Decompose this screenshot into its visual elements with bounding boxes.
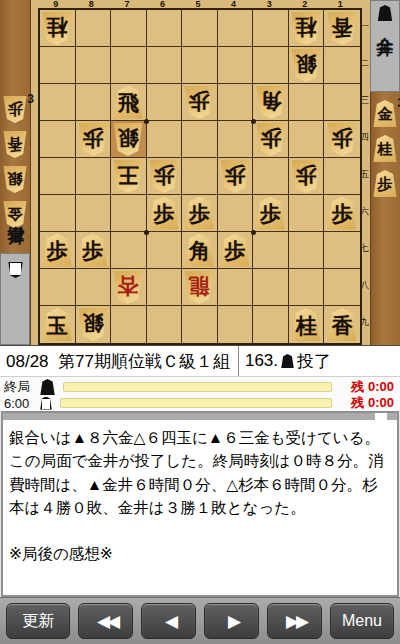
square-72[interactable] (111, 47, 147, 84)
square-94[interactable] (40, 121, 76, 158)
square-55[interactable] (182, 158, 218, 195)
event-name: 第77期順位戦Ｃ級１組 (58, 352, 230, 371)
piece-sente-gold: 金 (373, 100, 397, 127)
piece-sente-pawn: 歩 (373, 170, 397, 197)
scroll-corner (375, 413, 387, 420)
square-34[interactable]: 歩 (253, 121, 289, 158)
gote-hand-pawn-count: 3 (27, 92, 34, 106)
file-label-2: 2 (287, 0, 323, 8)
rewind-button[interactable]: ◀◀ (78, 603, 133, 639)
file-label-9: 9 (38, 0, 74, 8)
game-date: 08/28 (6, 352, 49, 371)
square-67[interactable] (147, 232, 183, 269)
square-54[interactable] (182, 121, 218, 158)
square-63[interactable] (147, 84, 183, 121)
square-27[interactable] (289, 232, 325, 269)
square-11[interactable]: 香 (324, 10, 360, 47)
square-79[interactable] (111, 306, 147, 343)
square-19[interactable]: 香 (324, 306, 360, 343)
piece-gote-pawn: 歩 (327, 123, 357, 156)
sente-player-name: 金井 (374, 23, 397, 27)
piece-gote-lance: 香 (3, 131, 27, 158)
square-95[interactable] (40, 158, 76, 195)
square-65[interactable]: 歩 (147, 158, 183, 195)
square-21[interactable]: 桂 (289, 10, 325, 47)
square-87[interactable]: 歩 (76, 232, 112, 269)
bottom-toolbar: 更新 ◀◀ ◀ ▶ ▶▶ Menu (0, 597, 400, 644)
gote-player-name: 杉本昌 (4, 254, 27, 260)
piece-sente-pawn: 歩 (220, 234, 250, 267)
piece-sente-lance: 香 (327, 308, 357, 341)
piece-gote-pawn: 歩 (256, 123, 286, 156)
gote-clock-row: 6:00 残 0:00 (0, 395, 400, 411)
shogi-board[interactable]: 桂桂香銀飛歩角歩銀歩歩王歩歩歩歩歩歩歩歩歩角歩杏龍玉銀桂香 (38, 8, 362, 345)
piece-sente-king: 玉 (42, 308, 72, 341)
piece-sente-pawn: 歩 (184, 197, 214, 230)
square-61[interactable] (147, 10, 183, 47)
star-point (251, 119, 256, 124)
piece-gote-promoted-lance: 杏 (113, 271, 143, 304)
piece-sente-pawn: 歩 (78, 234, 108, 267)
square-49[interactable] (218, 306, 254, 343)
gote-hand-pieces: 歩3香銀金 (0, 96, 30, 228)
file-label-5: 5 (180, 0, 216, 8)
file-label-7: 7 (109, 0, 145, 8)
piece-gote-silver: 銀 (113, 123, 143, 156)
board-zone: 987654321 一二三四五六七八九 桂桂香銀飛歩角歩銀歩歩王歩歩歩歩歩歩歩歩… (0, 0, 400, 345)
square-24[interactable] (289, 121, 325, 158)
square-98[interactable] (40, 269, 76, 306)
sente-player-tab[interactable]: 金井 (370, 0, 400, 92)
square-33[interactable]: 角 (253, 84, 289, 121)
square-69[interactable] (147, 306, 183, 343)
file-label-6: 6 (145, 0, 181, 8)
square-29[interactable]: 桂 (289, 306, 325, 343)
file-coordinates: 987654321 (38, 0, 358, 8)
piece-gote-pawn: 歩 (184, 86, 214, 119)
square-39[interactable] (253, 306, 289, 343)
piece-gote-pawn: 歩 (291, 160, 321, 193)
piece-sente-pawn: 歩 (42, 234, 72, 267)
square-93[interactable] (40, 84, 76, 121)
info-divider (238, 346, 239, 376)
back-button[interactable]: ◀ (141, 603, 196, 639)
square-43[interactable] (218, 84, 254, 121)
square-42[interactable] (218, 47, 254, 84)
piece-gote-silver: 銀 (78, 308, 108, 341)
sente-clock-icon (40, 379, 55, 395)
square-73[interactable]: 飛 (111, 84, 147, 121)
clock-panel: 終局 残 0:00 6:00 残 0:00 (0, 376, 400, 411)
sente-time-bar (63, 382, 332, 392)
file-label-3: 3 (251, 0, 287, 8)
square-31[interactable] (253, 10, 289, 47)
gote-player-tab[interactable]: 杉本昌 (0, 253, 30, 345)
piece-gote-pawn: 歩 (149, 160, 179, 193)
move-number: 163. (245, 351, 278, 371)
piece-gote-bishop: 角 (256, 86, 286, 119)
sente-hand-gold: 金3 (373, 100, 397, 127)
square-47[interactable]: 歩 (218, 232, 254, 269)
piece-sente-knight: 桂 (373, 135, 397, 162)
square-97[interactable]: 歩 (40, 232, 76, 269)
square-84[interactable]: 歩 (76, 121, 112, 158)
commentary-scrollbar-track[interactable] (3, 413, 397, 420)
square-48[interactable] (218, 269, 254, 306)
square-91[interactable]: 桂 (40, 10, 76, 47)
gote-hand-gold: 金 (3, 201, 27, 228)
gote-hand-lance: 香 (3, 131, 27, 158)
square-88[interactable] (76, 269, 112, 306)
square-36[interactable]: 歩 (253, 195, 289, 232)
gote-remaining-time: 残 0:00 (342, 394, 396, 412)
square-59[interactable] (182, 306, 218, 343)
square-64[interactable] (147, 121, 183, 158)
gote-hand-pawn: 歩3 (3, 96, 27, 123)
gote-hand-silver: 銀 (3, 166, 27, 193)
sente-hand-knight: 桂 (373, 135, 397, 162)
piece-gote-gold: 金 (3, 201, 27, 228)
square-46[interactable] (218, 195, 254, 232)
square-85[interactable] (76, 158, 112, 195)
square-89[interactable]: 銀 (76, 306, 112, 343)
square-28[interactable] (289, 269, 325, 306)
square-14[interactable]: 歩 (324, 121, 360, 158)
piece-gote-pawn: 歩 (78, 123, 108, 156)
square-57[interactable]: 角 (182, 232, 218, 269)
square-15[interactable] (324, 158, 360, 195)
square-17[interactable] (324, 232, 360, 269)
sente-move-icon (281, 354, 294, 368)
file-label-1: 1 (323, 0, 359, 8)
file-label-4: 4 (216, 0, 252, 8)
square-75[interactable]: 王 (111, 158, 147, 195)
square-92[interactable] (40, 47, 76, 84)
commentary-text: 銀合いは▲８六金△６四玉に▲６三金も受けている。 この局面で金井が投了した。終局… (3, 420, 397, 566)
current-move: 163. 投了 (245, 350, 331, 373)
square-44[interactable] (218, 121, 254, 158)
square-76[interactable] (111, 195, 147, 232)
piece-gote-knight: 桂 (291, 12, 321, 45)
star-point (251, 230, 256, 235)
move-text: 投了 (297, 350, 331, 373)
square-16[interactable]: 歩 (324, 195, 360, 232)
game-date-event: 08/28 第77期順位戦Ｃ級１組 (0, 350, 230, 373)
square-78[interactable]: 杏 (111, 269, 147, 306)
piece-sente-pawn: 歩 (149, 197, 179, 230)
sente-hand-pawn: 歩 (373, 170, 397, 197)
piece-gote-knight: 桂 (42, 12, 72, 45)
piece-sente-knight: 桂 (291, 308, 321, 341)
piece-sente-bishop: 角 (184, 234, 214, 267)
fast-forward-button[interactable]: ▶▶ (267, 603, 322, 639)
square-41[interactable] (218, 10, 254, 47)
sente-clock-label: 終局 (4, 378, 38, 396)
piece-sente-pawn: 歩 (327, 197, 357, 230)
square-96[interactable] (40, 195, 76, 232)
piece-gote-silver: 銀 (3, 166, 27, 193)
square-12[interactable] (324, 47, 360, 84)
square-62[interactable] (147, 47, 183, 84)
file-label-8: 8 (74, 0, 110, 8)
forward-button[interactable]: ▶ (204, 603, 259, 639)
piece-gote-king: 王 (113, 160, 143, 193)
piece-sente-pawn: 歩 (256, 197, 286, 230)
square-23[interactable] (289, 84, 325, 121)
piece-gote-pawn: 歩 (220, 160, 250, 193)
square-52[interactable] (182, 47, 218, 84)
shogi-app: 987654321 一二三四五六七八九 桂桂香銀飛歩角歩銀歩歩王歩歩歩歩歩歩歩歩… (0, 0, 400, 644)
sente-clock-row: 終局 残 0:00 (0, 379, 400, 395)
piece-gote-lance: 香 (327, 12, 357, 45)
square-35[interactable] (253, 158, 289, 195)
gote-time-bar (60, 398, 332, 408)
star-point (144, 230, 149, 235)
gote-piece-icon (8, 262, 23, 278)
square-58[interactable]: 龍 (182, 269, 218, 306)
square-32[interactable] (253, 47, 289, 84)
piece-sente-rook: 飛 (113, 86, 143, 119)
square-37[interactable] (253, 232, 289, 269)
square-56[interactable]: 歩 (182, 195, 218, 232)
square-25[interactable]: 歩 (289, 158, 325, 195)
menu-button[interactable]: Menu (330, 603, 394, 639)
star-point (144, 119, 149, 124)
square-82[interactable] (76, 47, 112, 84)
square-13[interactable] (324, 84, 360, 121)
square-18[interactable] (324, 269, 360, 306)
game-info-bar: 08/28 第77期順位戦Ｃ級１組 163. 投了 (0, 345, 400, 376)
square-77[interactable] (111, 232, 147, 269)
piece-gote-dragon: 龍 (184, 271, 214, 304)
refresh-button[interactable]: 更新 (6, 603, 70, 639)
piece-gote-silver: 銀 (291, 49, 321, 82)
square-66[interactable]: 歩 (147, 195, 183, 232)
sente-hand-pieces: 金3桂歩 (370, 100, 400, 197)
piece-gote-pawn: 歩 (3, 96, 27, 123)
square-51[interactable] (182, 10, 218, 47)
square-45[interactable]: 歩 (218, 158, 254, 195)
square-83[interactable] (76, 84, 112, 121)
square-38[interactable] (253, 269, 289, 306)
square-81[interactable] (76, 10, 112, 47)
square-74[interactable]: 銀 (111, 121, 147, 158)
square-71[interactable] (111, 10, 147, 47)
square-26[interactable] (289, 195, 325, 232)
square-68[interactable] (147, 269, 183, 306)
sente-piece-icon (378, 5, 393, 21)
gote-clock-icon (40, 397, 52, 410)
commentary-panel[interactable]: 銀合いは▲８六金△６四玉に▲６三金も受けている。 この局面で金井が投了した。終局… (1, 411, 399, 597)
gote-clock-label: 6:00 (4, 396, 38, 411)
square-22[interactable]: 銀 (289, 47, 325, 84)
square-53[interactable]: 歩 (182, 84, 218, 121)
square-99[interactable]: 玉 (40, 306, 76, 343)
square-86[interactable] (76, 195, 112, 232)
